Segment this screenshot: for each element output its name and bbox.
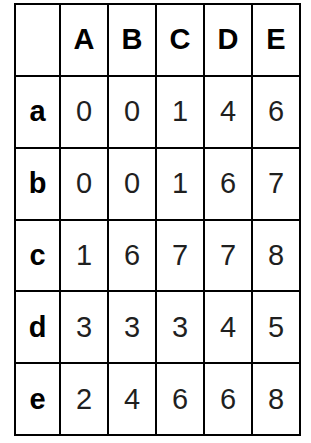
cell-e-A: 2 <box>61 364 107 434</box>
cell-d-C: 3 <box>157 292 203 362</box>
cell-c-D: 7 <box>205 221 251 291</box>
cell-d-A: 3 <box>61 292 107 362</box>
row-header-c: c <box>16 221 59 291</box>
cell-b-D: 6 <box>205 149 251 219</box>
cell-d-D: 4 <box>205 292 251 362</box>
cell-c-B: 6 <box>109 221 155 291</box>
col-header-E: E <box>253 5 299 75</box>
number-grid: A B C D E a 0 0 1 4 6 b 0 0 1 6 7 c 1 6 … <box>14 3 301 436</box>
cell-c-A: 1 <box>61 221 107 291</box>
row-header-b: b <box>16 149 59 219</box>
cell-e-E: 8 <box>253 364 299 434</box>
cell-b-A: 0 <box>61 149 107 219</box>
cell-e-C: 6 <box>157 364 203 434</box>
corner-cell <box>16 5 59 75</box>
row-header-d: d <box>16 292 59 362</box>
row-header-a: a <box>16 77 59 147</box>
cell-c-C: 7 <box>157 221 203 291</box>
cell-e-D: 6 <box>205 364 251 434</box>
cell-a-D: 4 <box>205 77 251 147</box>
cell-e-B: 4 <box>109 364 155 434</box>
cell-b-C: 1 <box>157 149 203 219</box>
cell-d-B: 3 <box>109 292 155 362</box>
row-header-e: e <box>16 364 59 434</box>
cell-b-B: 0 <box>109 149 155 219</box>
col-header-C: C <box>157 5 203 75</box>
cell-a-A: 0 <box>61 77 107 147</box>
cell-d-E: 5 <box>253 292 299 362</box>
cell-a-B: 0 <box>109 77 155 147</box>
cell-a-C: 1 <box>157 77 203 147</box>
cell-a-E: 6 <box>253 77 299 147</box>
col-header-A: A <box>61 5 107 75</box>
col-header-D: D <box>205 5 251 75</box>
cell-c-E: 8 <box>253 221 299 291</box>
cell-b-E: 7 <box>253 149 299 219</box>
col-header-B: B <box>109 5 155 75</box>
